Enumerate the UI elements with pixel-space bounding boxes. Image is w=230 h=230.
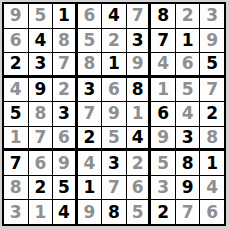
cell-r4c8[interactable]: 5 [176, 78, 200, 102]
cell-r5c5[interactable]: 9 [102, 102, 126, 126]
cell-r8c3[interactable]: 5 [53, 176, 77, 200]
cell-r3c4[interactable]: 8 [78, 53, 102, 77]
cell-r9c8[interactable]: 7 [176, 200, 200, 224]
cell-r2c9[interactable]: 9 [200, 29, 224, 53]
cell-r4c5[interactable]: 6 [102, 78, 126, 102]
cell-r4c7[interactable]: 1 [151, 78, 175, 102]
cell-r1c7[interactable]: 8 [151, 4, 175, 28]
cell-r9c3[interactable]: 4 [53, 200, 77, 224]
cell-r4c2[interactable]: 9 [29, 78, 53, 102]
cell-r5c6[interactable]: 1 [127, 102, 151, 126]
cell-r1c2[interactable]: 5 [29, 4, 53, 28]
cell-r3c9[interactable]: 5 [200, 53, 224, 77]
cell-r6c9[interactable]: 8 [200, 127, 224, 151]
cell-r6c4[interactable]: 2 [78, 127, 102, 151]
cell-r8c4[interactable]: 1 [78, 176, 102, 200]
cell-r4c4[interactable]: 3 [78, 78, 102, 102]
cell-r6c2[interactable]: 7 [29, 127, 53, 151]
cell-r6c7[interactable]: 9 [151, 127, 175, 151]
cell-r8c8[interactable]: 9 [176, 176, 200, 200]
cell-r7c2[interactable]: 6 [29, 151, 53, 175]
cell-r7c5[interactable]: 3 [102, 151, 126, 175]
cell-r5c9[interactable]: 2 [200, 102, 224, 126]
cell-r8c7[interactable]: 3 [151, 176, 175, 200]
cell-r2c4[interactable]: 5 [78, 29, 102, 53]
cell-r1c9[interactable]: 3 [200, 4, 224, 28]
cell-r7c7[interactable]: 5 [151, 151, 175, 175]
cell-r8c6[interactable]: 6 [127, 176, 151, 200]
cell-r3c3[interactable]: 7 [53, 53, 77, 77]
cell-r1c4[interactable]: 6 [78, 4, 102, 28]
cell-r4c1[interactable]: 4 [4, 78, 28, 102]
cell-r3c8[interactable]: 6 [176, 53, 200, 77]
sudoku-board: 9516478236485237192378194654923681575837… [2, 2, 226, 226]
cell-r9c9[interactable]: 6 [200, 200, 224, 224]
cell-r6c8[interactable]: 3 [176, 127, 200, 151]
cell-r2c7[interactable]: 7 [151, 29, 175, 53]
cell-r6c6[interactable]: 4 [127, 127, 151, 151]
cell-r4c3[interactable]: 2 [53, 78, 77, 102]
cell-r7c3[interactable]: 9 [53, 151, 77, 175]
cell-r5c4[interactable]: 7 [78, 102, 102, 126]
cell-r8c1[interactable]: 8 [4, 176, 28, 200]
cell-r8c9[interactable]: 4 [200, 176, 224, 200]
cell-r7c6[interactable]: 2 [127, 151, 151, 175]
cell-r6c3[interactable]: 6 [53, 127, 77, 151]
cell-r6c1[interactable]: 1 [4, 127, 28, 151]
cell-r5c7[interactable]: 6 [151, 102, 175, 126]
cell-r9c7[interactable]: 2 [151, 200, 175, 224]
cell-r9c4[interactable]: 9 [78, 200, 102, 224]
cell-r1c1[interactable]: 9 [4, 4, 28, 28]
cell-r2c6[interactable]: 3 [127, 29, 151, 53]
cell-r1c5[interactable]: 4 [102, 4, 126, 28]
cell-r3c1[interactable]: 2 [4, 53, 28, 77]
cell-r5c8[interactable]: 4 [176, 102, 200, 126]
cell-r4c6[interactable]: 8 [127, 78, 151, 102]
cell-r9c2[interactable]: 1 [29, 200, 53, 224]
cell-r2c1[interactable]: 6 [4, 29, 28, 53]
cell-r1c3[interactable]: 1 [53, 4, 77, 28]
cell-r5c3[interactable]: 3 [53, 102, 77, 126]
cell-r8c5[interactable]: 7 [102, 176, 126, 200]
cell-r9c1[interactable]: 3 [4, 200, 28, 224]
cell-r2c2[interactable]: 4 [29, 29, 53, 53]
cell-r7c8[interactable]: 8 [176, 151, 200, 175]
cell-r3c6[interactable]: 9 [127, 53, 151, 77]
cell-r5c1[interactable]: 5 [4, 102, 28, 126]
cell-r3c5[interactable]: 1 [102, 53, 126, 77]
cell-r2c8[interactable]: 1 [176, 29, 200, 53]
cell-r2c3[interactable]: 8 [53, 29, 77, 53]
cell-r8c2[interactable]: 2 [29, 176, 53, 200]
cell-r7c1[interactable]: 7 [4, 151, 28, 175]
sudoku-frame: 9516478236485237192378194654923681575837… [0, 0, 230, 230]
cell-r3c2[interactable]: 3 [29, 53, 53, 77]
cell-r7c9[interactable]: 1 [200, 151, 224, 175]
cell-r1c6[interactable]: 7 [127, 4, 151, 28]
cell-r9c5[interactable]: 8 [102, 200, 126, 224]
cell-r3c7[interactable]: 4 [151, 53, 175, 77]
cell-r1c8[interactable]: 2 [176, 4, 200, 28]
cell-r4c9[interactable]: 7 [200, 78, 224, 102]
cell-r7c4[interactable]: 4 [78, 151, 102, 175]
cell-r9c6[interactable]: 5 [127, 200, 151, 224]
cell-r2c5[interactable]: 2 [102, 29, 126, 53]
cell-r5c2[interactable]: 8 [29, 102, 53, 126]
cell-r6c5[interactable]: 5 [102, 127, 126, 151]
